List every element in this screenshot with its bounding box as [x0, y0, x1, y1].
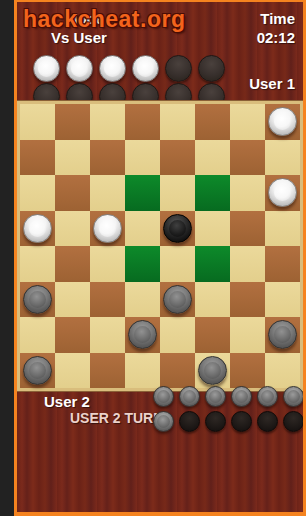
square-r3c0[interactable]	[20, 211, 55, 247]
square-r6c5[interactable]	[195, 317, 230, 353]
square-r5c0[interactable]	[20, 282, 55, 318]
turn-indicator: USER 2 TURN	[70, 409, 163, 428]
square-r4c6	[230, 246, 265, 282]
square-r1c7	[265, 140, 300, 176]
dark-tray-piece	[257, 386, 278, 407]
square-r6c6	[230, 317, 265, 353]
dark-piece[interactable]	[128, 320, 157, 349]
dark-piece[interactable]	[23, 285, 52, 314]
dark-tray-piece	[179, 386, 200, 407]
square-r7c2[interactable]	[90, 353, 125, 389]
square-r5c2[interactable]	[90, 282, 125, 318]
white-piece[interactable]	[93, 214, 122, 243]
square-r7c3	[125, 353, 160, 389]
square-r0c4	[160, 104, 195, 140]
square-r6c4	[160, 317, 195, 353]
square-r7c4[interactable]	[160, 353, 195, 389]
white-tray-piece	[132, 55, 159, 82]
white-tray-piece	[99, 55, 126, 82]
square-r6c1[interactable]	[55, 317, 90, 353]
square-r0c2	[90, 104, 125, 140]
square-r5c1	[55, 282, 90, 318]
empty-slot	[231, 411, 252, 432]
wood-background: hackcheat.org Mode Vs User Time 02:12 Us…	[17, 2, 303, 512]
dark-tray-piece	[231, 386, 252, 407]
square-r7c6[interactable]	[230, 353, 265, 389]
dark-tray-piece	[283, 386, 303, 407]
white-tray-piece	[33, 55, 60, 82]
square-r1c3	[125, 140, 160, 176]
dark-tray-piece	[205, 386, 226, 407]
square-r4c0	[20, 246, 55, 282]
square-r5c6[interactable]	[230, 282, 265, 318]
square-r7c7	[265, 353, 300, 389]
dark-tray-piece	[153, 411, 174, 432]
square-r6c0	[20, 317, 55, 353]
square-r3c4[interactable]	[160, 211, 195, 247]
square-r6c7[interactable]	[265, 317, 300, 353]
white-piece[interactable]	[268, 178, 297, 207]
checkers-board[interactable]	[17, 101, 303, 391]
square-r2c1[interactable]	[55, 175, 90, 211]
square-r3c3	[125, 211, 160, 247]
empty-slot	[165, 55, 192, 82]
square-r5c7	[265, 282, 300, 318]
highlight-square-r2c3[interactable]	[125, 175, 160, 211]
square-r7c0[interactable]	[20, 353, 55, 389]
highlight-square-r2c5[interactable]	[195, 175, 230, 211]
app-screen: hackcheat.org Mode Vs User Time 02:12 Us…	[14, 0, 306, 516]
dark-tray-piece	[153, 386, 174, 407]
square-r6c3[interactable]	[125, 317, 160, 353]
white-piece[interactable]	[23, 214, 52, 243]
square-r3c6[interactable]	[230, 211, 265, 247]
square-r1c1	[55, 140, 90, 176]
square-r2c4	[160, 175, 195, 211]
square-r1c5	[195, 140, 230, 176]
dark-piece[interactable]	[23, 356, 52, 385]
square-r5c5	[195, 282, 230, 318]
square-r2c0	[20, 175, 55, 211]
square-r2c6	[230, 175, 265, 211]
square-r1c0[interactable]	[20, 140, 55, 176]
square-r0c0	[20, 104, 55, 140]
square-r0c1[interactable]	[55, 104, 90, 140]
white-tray-piece	[66, 55, 93, 82]
square-r4c1[interactable]	[55, 246, 90, 282]
dark-piece[interactable]	[163, 285, 192, 314]
dark-piece[interactable]	[268, 320, 297, 349]
square-r7c1	[55, 353, 90, 389]
square-r2c2	[90, 175, 125, 211]
square-r3c2[interactable]	[90, 211, 125, 247]
square-r5c4[interactable]	[160, 282, 195, 318]
dark-piece[interactable]	[198, 356, 227, 385]
empty-slot	[198, 55, 225, 82]
square-r3c7	[265, 211, 300, 247]
square-r6c2	[90, 317, 125, 353]
empty-slot	[205, 411, 226, 432]
time-value: 02:12	[257, 28, 295, 47]
watermark-text: hackcheat.org	[23, 6, 185, 33]
selected-dark-piece[interactable]	[163, 214, 192, 243]
square-r3c1	[55, 211, 90, 247]
empty-slot	[179, 411, 200, 432]
highlight-square-r4c5[interactable]	[195, 246, 230, 282]
square-r5c3	[125, 282, 160, 318]
square-r0c7[interactable]	[265, 104, 300, 140]
highlight-square-r4c3[interactable]	[125, 246, 160, 282]
time-block: Time 02:12	[257, 9, 295, 47]
empty-slot	[257, 411, 278, 432]
square-r0c6	[230, 104, 265, 140]
square-r2c7[interactable]	[265, 175, 300, 211]
empty-slot	[283, 411, 303, 432]
square-r1c6[interactable]	[230, 140, 265, 176]
square-r4c7[interactable]	[265, 246, 300, 282]
user2-capture-tray	[153, 386, 303, 432]
square-r4c2	[90, 246, 125, 282]
square-r4c4	[160, 246, 195, 282]
square-r0c3[interactable]	[125, 104, 160, 140]
time-label: Time	[257, 9, 295, 28]
square-r7c5	[195, 353, 230, 389]
square-r0c5[interactable]	[195, 104, 230, 140]
board-grid	[20, 104, 300, 388]
white-piece[interactable]	[268, 107, 297, 136]
square-r1c4[interactable]	[160, 140, 195, 176]
square-r3c5	[195, 211, 230, 247]
user1-name: User 1	[249, 74, 295, 93]
square-r1c2[interactable]	[90, 140, 125, 176]
